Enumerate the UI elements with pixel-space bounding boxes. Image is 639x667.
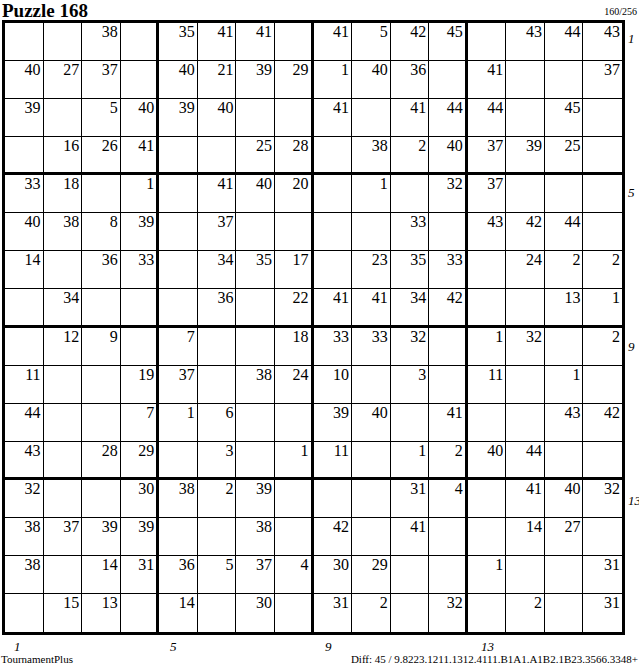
- cell-r6c14[interactable]: 42: [506, 213, 545, 251]
- cell-r4c2[interactable]: 16: [44, 137, 83, 175]
- cell-r5c14[interactable]: [506, 175, 545, 213]
- cell-r2c15[interactable]: [545, 61, 584, 99]
- cell-r7c15[interactable]: 2: [545, 251, 584, 289]
- cell-r7c5[interactable]: [159, 251, 198, 289]
- cell-r9c6[interactable]: [198, 328, 237, 366]
- cell-r13c8[interactable]: [275, 480, 314, 518]
- cell-r5c13[interactable]: 37: [468, 175, 507, 213]
- cell-r8c2[interactable]: 34: [44, 289, 83, 327]
- cell-r16c3[interactable]: 13: [82, 594, 121, 632]
- cell-r3c6[interactable]: 40: [198, 99, 237, 137]
- cell-r16c4[interactable]: [121, 594, 160, 632]
- cell-r4c8[interactable]: 28: [275, 137, 314, 175]
- cell-r5c6[interactable]: 41: [198, 175, 237, 213]
- cell-r4c13[interactable]: 37: [468, 137, 507, 175]
- cell-r13c11[interactable]: 31: [391, 480, 430, 518]
- cell-r9c3[interactable]: 9: [82, 328, 121, 366]
- cell-r9c12[interactable]: [429, 328, 468, 366]
- col-band-label-9: 9: [325, 639, 332, 655]
- cell-r5c8[interactable]: 20: [275, 175, 314, 213]
- cell-r15c4[interactable]: 31: [121, 556, 160, 594]
- cell-r1c3[interactable]: 38: [82, 23, 121, 61]
- cell-r2c8[interactable]: 29: [275, 61, 314, 99]
- cell-r9c7[interactable]: [236, 328, 275, 366]
- cell-r1c5[interactable]: 35: [159, 23, 198, 61]
- cell-r11c15[interactable]: 43: [545, 404, 584, 442]
- cell-r6c5[interactable]: [159, 213, 198, 251]
- cell-r2c11[interactable]: 36: [391, 61, 430, 99]
- cell-r15c6[interactable]: 5: [198, 556, 237, 594]
- cell-r2c13[interactable]: 41: [468, 61, 507, 99]
- cell-r5c5[interactable]: [159, 175, 198, 213]
- cell-r4c7[interactable]: 25: [236, 137, 275, 175]
- cell-r14c5[interactable]: [159, 518, 198, 556]
- cell-r8c8[interactable]: 22: [275, 289, 314, 327]
- cell-r4c14[interactable]: 39: [506, 137, 545, 175]
- cell-r8c11[interactable]: 34: [391, 289, 430, 327]
- cell-r14c13[interactable]: [468, 518, 507, 556]
- cell-r1c15[interactable]: 44: [545, 23, 584, 61]
- cell-r10c1[interactable]: 11: [5, 366, 44, 404]
- cell-r15c10[interactable]: 29: [352, 556, 391, 594]
- cell-r11c5[interactable]: 1: [159, 404, 198, 442]
- cell-r10c9[interactable]: 10: [314, 366, 353, 404]
- cell-r6c10[interactable]: [352, 213, 391, 251]
- cell-r10c4[interactable]: 19: [121, 366, 160, 404]
- cell-r7c1[interactable]: 14: [5, 251, 44, 289]
- cell-r11c6[interactable]: 6: [198, 404, 237, 442]
- cell-r5c3[interactable]: [82, 175, 121, 213]
- cell-r9c13[interactable]: 1: [468, 328, 507, 366]
- cell-r1c11[interactable]: 42: [391, 23, 430, 61]
- cell-r13c1[interactable]: 32: [5, 480, 44, 518]
- cell-r11c4[interactable]: 7: [121, 404, 160, 442]
- row-band-label-5: 5: [628, 185, 635, 201]
- cell-r11c10[interactable]: 40: [352, 404, 391, 442]
- cell-r8c1[interactable]: [5, 289, 44, 327]
- cell-r1c14[interactable]: 43: [506, 23, 545, 61]
- cell-r5c11[interactable]: [391, 175, 430, 213]
- cell-r2c16[interactable]: 37: [583, 61, 622, 99]
- cell-r13c9[interactable]: [314, 480, 353, 518]
- cell-r4c11[interactable]: 2: [391, 137, 430, 175]
- cell-r15c14[interactable]: [506, 556, 545, 594]
- cell-r14c10[interactable]: [352, 518, 391, 556]
- cell-r13c4[interactable]: 30: [121, 480, 160, 518]
- cell-r12c2[interactable]: [44, 442, 83, 480]
- cell-r6c2[interactable]: 38: [44, 213, 83, 251]
- cell-r14c4[interactable]: 39: [121, 518, 160, 556]
- cell-r2c2[interactable]: 27: [44, 61, 83, 99]
- cell-r6c12[interactable]: [429, 213, 468, 251]
- cell-r3c4[interactable]: 40: [121, 99, 160, 137]
- cell-r6c1[interactable]: 40: [5, 213, 44, 251]
- cell-r4c4[interactable]: 41: [121, 137, 160, 175]
- cell-r1c4[interactable]: [121, 23, 160, 61]
- cell-r15c11[interactable]: [391, 556, 430, 594]
- cell-r1c6[interactable]: 41: [198, 23, 237, 61]
- cell-r16c10[interactable]: 2: [352, 594, 391, 632]
- cell-r3c8[interactable]: [275, 99, 314, 137]
- cell-r15c16[interactable]: 31: [583, 556, 622, 594]
- cell-r13c16[interactable]: 32: [583, 480, 622, 518]
- cell-r14c15[interactable]: 27: [545, 518, 584, 556]
- cell-r1c9[interactable]: 41: [314, 23, 353, 61]
- cell-r16c11[interactable]: [391, 594, 430, 632]
- cell-r16c5[interactable]: 14: [159, 594, 198, 632]
- cell-r12c3[interactable]: 28: [82, 442, 121, 480]
- cell-r13c14[interactable]: 41: [506, 480, 545, 518]
- cell-r12c14[interactable]: 44: [506, 442, 545, 480]
- cell-r11c2[interactable]: [44, 404, 83, 442]
- cell-r15c13[interactable]: 1: [468, 556, 507, 594]
- cell-r6c6[interactable]: 37: [198, 213, 237, 251]
- cell-r12c15[interactable]: [545, 442, 584, 480]
- cell-r11c9[interactable]: 39: [314, 404, 353, 442]
- cell-r3c14[interactable]: [506, 99, 545, 137]
- cell-r2c9[interactable]: 1: [314, 61, 353, 99]
- cell-r9c5[interactable]: 7: [159, 328, 198, 366]
- cell-r7c2[interactable]: [44, 251, 83, 289]
- cell-r6c15[interactable]: 44: [545, 213, 584, 251]
- cell-r13c6[interactable]: 2: [198, 480, 237, 518]
- cell-r2c6[interactable]: 21: [198, 61, 237, 99]
- cell-r4c12[interactable]: 40: [429, 137, 468, 175]
- cell-r9c11[interactable]: 32: [391, 328, 430, 366]
- cell-r6c9[interactable]: [314, 213, 353, 251]
- cell-r13c3[interactable]: [82, 480, 121, 518]
- cell-r4c5[interactable]: [159, 137, 198, 175]
- cell-r6c11[interactable]: 33: [391, 213, 430, 251]
- cell-r7c11[interactable]: 35: [391, 251, 430, 289]
- cell-r8c6[interactable]: 36: [198, 289, 237, 327]
- cell-r15c7[interactable]: 37: [236, 556, 275, 594]
- givens-counter: 160/256: [604, 6, 637, 17]
- cell-r12c1[interactable]: 43: [5, 442, 44, 480]
- cell-r5c4[interactable]: 1: [121, 175, 160, 213]
- cell-r16c12[interactable]: 32: [429, 594, 468, 632]
- cell-r14c12[interactable]: [429, 518, 468, 556]
- cell-r3c5[interactable]: 39: [159, 99, 198, 137]
- cell-r1c2[interactable]: [44, 23, 83, 61]
- puzzle-board: 3835414141542454344434027374021392914036…: [2, 20, 625, 635]
- cell-r13c5[interactable]: 38: [159, 480, 198, 518]
- cell-r12c9[interactable]: 11: [314, 442, 353, 480]
- cell-r9c1[interactable]: [5, 328, 44, 366]
- cell-r7c16[interactable]: 2: [583, 251, 622, 289]
- cell-r12c16[interactable]: [583, 442, 622, 480]
- cell-r6c3[interactable]: 8: [82, 213, 121, 251]
- cell-r15c2[interactable]: [44, 556, 83, 594]
- cell-r8c15[interactable]: 13: [545, 289, 584, 327]
- puzzle-title: Puzzle 168: [2, 0, 88, 22]
- cell-r2c10[interactable]: 40: [352, 61, 391, 99]
- cell-r15c1[interactable]: 38: [5, 556, 44, 594]
- cell-r13c2[interactable]: [44, 480, 83, 518]
- app-name: TournamentPlus: [1, 653, 73, 665]
- cell-r13c15[interactable]: 40: [545, 480, 584, 518]
- cell-r11c12[interactable]: 41: [429, 404, 468, 442]
- cell-r3c16[interactable]: [583, 99, 622, 137]
- cell-r10c8[interactable]: 24: [275, 366, 314, 404]
- cell-r7c14[interactable]: 24: [506, 251, 545, 289]
- cell-r14c8[interactable]: [275, 518, 314, 556]
- cell-r16c2[interactable]: 15: [44, 594, 83, 632]
- cell-r15c12[interactable]: [429, 556, 468, 594]
- cell-r4c6[interactable]: [198, 137, 237, 175]
- cell-r3c2[interactable]: [44, 99, 83, 137]
- cell-r1c1[interactable]: [5, 23, 44, 61]
- cell-r8c16[interactable]: 1: [583, 289, 622, 327]
- cell-r4c9[interactable]: [314, 137, 353, 175]
- cell-r12c8[interactable]: 1: [275, 442, 314, 480]
- cell-r3c11[interactable]: 41: [391, 99, 430, 137]
- cell-r5c2[interactable]: 18: [44, 175, 83, 213]
- cell-r8c10[interactable]: 41: [352, 289, 391, 327]
- cell-r11c3[interactable]: [82, 404, 121, 442]
- cell-r3c10[interactable]: [352, 99, 391, 137]
- cell-r16c7[interactable]: 30: [236, 594, 275, 632]
- cell-r8c9[interactable]: 41: [314, 289, 353, 327]
- cell-r11c13[interactable]: [468, 404, 507, 442]
- cell-r5c10[interactable]: 1: [352, 175, 391, 213]
- cell-r9c16[interactable]: 2: [583, 328, 622, 366]
- cell-r13c7[interactable]: 39: [236, 480, 275, 518]
- cell-r15c8[interactable]: 4: [275, 556, 314, 594]
- cell-r16c8[interactable]: [275, 594, 314, 632]
- cell-r5c16[interactable]: [583, 175, 622, 213]
- cell-r7c6[interactable]: 34: [198, 251, 237, 289]
- cell-r10c10[interactable]: [352, 366, 391, 404]
- row-band-label-13: 13: [628, 493, 639, 509]
- difficulty-info: Diff: 45 / 9.8223.1211.1312.4111.B1A1.A1…: [351, 653, 638, 665]
- cell-r9c15[interactable]: [545, 328, 584, 366]
- cell-r3c7[interactable]: [236, 99, 275, 137]
- cell-r6c7[interactable]: [236, 213, 275, 251]
- cell-r11c7[interactable]: [236, 404, 275, 442]
- row-band-label-1: 1: [628, 31, 635, 47]
- cell-r16c1[interactable]: [5, 594, 44, 632]
- cell-r14c2[interactable]: 37: [44, 518, 83, 556]
- cell-r15c3[interactable]: 14: [82, 556, 121, 594]
- cell-r12c7[interactable]: [236, 442, 275, 480]
- cell-r5c9[interactable]: [314, 175, 353, 213]
- cell-r7c4[interactable]: 33: [121, 251, 160, 289]
- cell-r16c6[interactable]: [198, 594, 237, 632]
- cell-r10c5[interactable]: 37: [159, 366, 198, 404]
- cell-r11c16[interactable]: 42: [583, 404, 622, 442]
- cell-r1c16[interactable]: 43: [583, 23, 622, 61]
- cell-r10c6[interactable]: [198, 366, 237, 404]
- cell-r2c1[interactable]: 40: [5, 61, 44, 99]
- cell-r11c1[interactable]: 44: [5, 404, 44, 442]
- col-band-label-5: 5: [170, 639, 177, 655]
- cell-r3c3[interactable]: 5: [82, 99, 121, 137]
- cell-r8c12[interactable]: 42: [429, 289, 468, 327]
- cell-r13c10[interactable]: [352, 480, 391, 518]
- cell-r6c16[interactable]: [583, 213, 622, 251]
- cell-r14c16[interactable]: [583, 518, 622, 556]
- cell-r11c14[interactable]: [506, 404, 545, 442]
- cell-r7c3[interactable]: 36: [82, 251, 121, 289]
- cell-r14c11[interactable]: 41: [391, 518, 430, 556]
- cell-r2c14[interactable]: [506, 61, 545, 99]
- cell-r8c7[interactable]: [236, 289, 275, 327]
- cell-r7c8[interactable]: 17: [275, 251, 314, 289]
- cell-r7c10[interactable]: 23: [352, 251, 391, 289]
- cell-r6c4[interactable]: 39: [121, 213, 160, 251]
- cell-r5c7[interactable]: 40: [236, 175, 275, 213]
- cell-r4c10[interactable]: 38: [352, 137, 391, 175]
- cell-r5c12[interactable]: 32: [429, 175, 468, 213]
- cell-r9c9[interactable]: 33: [314, 328, 353, 366]
- cell-r9c4[interactable]: [121, 328, 160, 366]
- cell-r1c13[interactable]: [468, 23, 507, 61]
- cell-r3c12[interactable]: 44: [429, 99, 468, 137]
- cell-r12c11[interactable]: 1: [391, 442, 430, 480]
- cell-r3c9[interactable]: 41: [314, 99, 353, 137]
- cell-r9c10[interactable]: 33: [352, 328, 391, 366]
- cell-r11c11[interactable]: [391, 404, 430, 442]
- cell-r12c10[interactable]: [352, 442, 391, 480]
- cell-r8c13[interactable]: [468, 289, 507, 327]
- cell-r4c15[interactable]: 25: [545, 137, 584, 175]
- cell-r2c7[interactable]: 39: [236, 61, 275, 99]
- cell-r6c13[interactable]: 43: [468, 213, 507, 251]
- cell-r14c6[interactable]: [198, 518, 237, 556]
- cell-r9c8[interactable]: 18: [275, 328, 314, 366]
- cell-r5c15[interactable]: [545, 175, 584, 213]
- cell-r9c14[interactable]: 32: [506, 328, 545, 366]
- cell-r2c3[interactable]: 37: [82, 61, 121, 99]
- cell-r4c1[interactable]: [5, 137, 44, 175]
- cell-r2c4[interactable]: [121, 61, 160, 99]
- cell-r8c4[interactable]: [121, 289, 160, 327]
- cell-r10c14[interactable]: [506, 366, 545, 404]
- cell-r10c2[interactable]: [44, 366, 83, 404]
- cell-r13c13[interactable]: [468, 480, 507, 518]
- cell-r10c3[interactable]: [82, 366, 121, 404]
- cell-r4c3[interactable]: 26: [82, 137, 121, 175]
- cell-r16c13[interactable]: [468, 594, 507, 632]
- cell-r10c7[interactable]: 38: [236, 366, 275, 404]
- cell-r10c11[interactable]: 3: [391, 366, 430, 404]
- cell-r3c13[interactable]: 44: [468, 99, 507, 137]
- cell-r1c12[interactable]: 45: [429, 23, 468, 61]
- cell-r12c13[interactable]: 40: [468, 442, 507, 480]
- cell-r14c9[interactable]: 42: [314, 518, 353, 556]
- cell-r13c12[interactable]: 4: [429, 480, 468, 518]
- cell-r8c5[interactable]: [159, 289, 198, 327]
- cell-r15c9[interactable]: 30: [314, 556, 353, 594]
- cell-r2c12[interactable]: [429, 61, 468, 99]
- cell-r6c8[interactable]: [275, 213, 314, 251]
- cell-r16c16[interactable]: 31: [583, 594, 622, 632]
- cell-r12c5[interactable]: [159, 442, 198, 480]
- cell-r3c1[interactable]: 39: [5, 99, 44, 137]
- cell-r16c9[interactable]: 31: [314, 594, 353, 632]
- cell-r10c15[interactable]: 1: [545, 366, 584, 404]
- cell-r8c3[interactable]: [82, 289, 121, 327]
- cell-r10c12[interactable]: [429, 366, 468, 404]
- cell-r7c12[interactable]: 33: [429, 251, 468, 289]
- cell-r7c9[interactable]: [314, 251, 353, 289]
- cell-r14c1[interactable]: 38: [5, 518, 44, 556]
- cell-r12c12[interactable]: 2: [429, 442, 468, 480]
- cell-r5c1[interactable]: 33: [5, 175, 44, 213]
- cell-r14c14[interactable]: 14: [506, 518, 545, 556]
- cell-r10c16[interactable]: [583, 366, 622, 404]
- cell-r1c7[interactable]: 41: [236, 23, 275, 61]
- cell-r7c7[interactable]: 35: [236, 251, 275, 289]
- cell-r7c13[interactable]: [468, 251, 507, 289]
- cell-r4c16[interactable]: [583, 137, 622, 175]
- row-band-label-9: 9: [628, 339, 635, 355]
- cell-r8c14[interactable]: [506, 289, 545, 327]
- cell-r9c2[interactable]: 12: [44, 328, 83, 366]
- cell-r10c13[interactable]: 11: [468, 366, 507, 404]
- cell-r14c3[interactable]: 39: [82, 518, 121, 556]
- cell-r15c15[interactable]: [545, 556, 584, 594]
- cell-r12c4[interactable]: 29: [121, 442, 160, 480]
- cell-r14c7[interactable]: 38: [236, 518, 275, 556]
- cell-r1c10[interactable]: 5: [352, 23, 391, 61]
- cell-r12c6[interactable]: 3: [198, 442, 237, 480]
- cell-r2c5[interactable]: 40: [159, 61, 198, 99]
- cell-r16c14[interactable]: 2: [506, 594, 545, 632]
- cell-r1c8[interactable]: [275, 23, 314, 61]
- cell-r11c8[interactable]: [275, 404, 314, 442]
- cell-r3c15[interactable]: 45: [545, 99, 584, 137]
- cell-r16c15[interactable]: [545, 594, 584, 632]
- cell-r15c5[interactable]: 36: [159, 556, 198, 594]
